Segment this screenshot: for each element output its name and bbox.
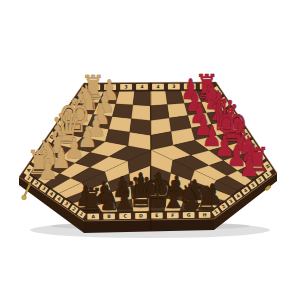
- label-char: 4: [140, 84, 143, 89]
- label-char: 3: [172, 84, 175, 89]
- piece-white-P-a2: ♟: [38, 152, 58, 185]
- rank-labels-top: 3: [120, 84, 132, 90]
- piece-red-P-h2: ♟: [239, 149, 259, 182]
- three-player-chess-board: ABCDEFGH12344321ABCDEFGH12344321HGFEDCBA…: [0, 0, 300, 300]
- label-char: 4: [156, 84, 159, 89]
- cell-red-b4: [150, 104, 169, 120]
- rank-labels-top: 3: [168, 84, 180, 90]
- label-char: 3: [124, 84, 127, 89]
- cell-white-f4: [130, 118, 151, 135]
- piece-black-R-a1: ♜: [79, 181, 103, 220]
- rank-labels-top: 4: [136, 84, 148, 90]
- three-player-chess-photo: ABCDEFGH12344321ABCDEFGH12344321HGFEDCBA…: [0, 0, 300, 300]
- cell-red-a4: [150, 91, 167, 106]
- piece-black-R-h1: ♜: [195, 179, 219, 218]
- cell-white-g4: [131, 105, 150, 121]
- cell-white-h4: [133, 91, 150, 106]
- rank-labels-top: 4: [152, 84, 164, 90]
